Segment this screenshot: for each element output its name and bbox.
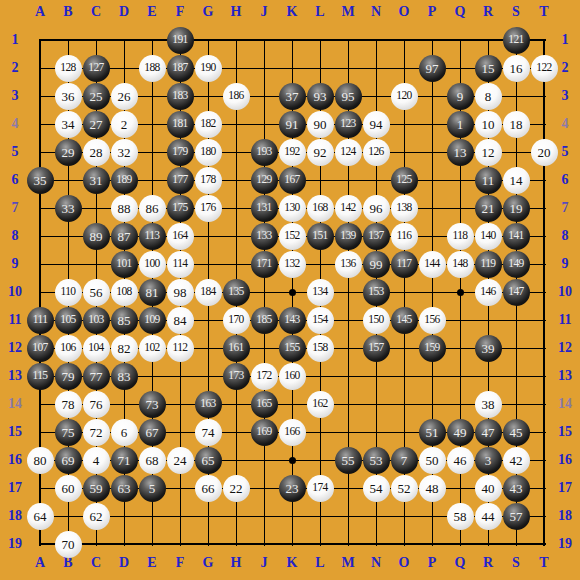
move-number: 22 xyxy=(230,482,243,495)
stone-R14[interactable]: 38 xyxy=(475,391,502,418)
col-label-top-D: D xyxy=(110,3,138,21)
stone-P11[interactable]: 156 xyxy=(419,307,446,334)
stone-D9[interactable]: 101 xyxy=(111,251,138,278)
stone-L7[interactable]: 168 xyxy=(307,195,334,222)
row-label-left-14: 14 xyxy=(0,395,30,413)
stone-G5[interactable]: 180 xyxy=(195,139,222,166)
move-number: 36 xyxy=(62,90,75,103)
stone-O6[interactable]: 125 xyxy=(391,167,418,194)
stone-G7[interactable]: 176 xyxy=(195,195,222,222)
move-number: 77 xyxy=(90,370,103,383)
stone-E14[interactable]: 73 xyxy=(139,391,166,418)
stone-D15[interactable]: 6 xyxy=(111,419,138,446)
stone-O11[interactable]: 145 xyxy=(391,307,418,334)
col-label-bottom-Q: Q xyxy=(446,554,474,572)
stone-K8[interactable]: 152 xyxy=(279,223,306,250)
stone-M4[interactable]: 123 xyxy=(335,111,362,138)
move-number: 94 xyxy=(370,118,383,131)
move-number: 117 xyxy=(396,258,411,270)
move-number: 105 xyxy=(60,314,75,326)
stone-S7[interactable]: 19 xyxy=(503,195,530,222)
move-number: 6 xyxy=(121,426,128,439)
stone-C3[interactable]: 25 xyxy=(83,83,110,110)
stone-E11[interactable]: 109 xyxy=(139,307,166,334)
stone-H10[interactable]: 135 xyxy=(223,279,250,306)
stone-D6[interactable]: 189 xyxy=(111,167,138,194)
move-number: 71 xyxy=(118,454,131,467)
stone-D8[interactable]: 87 xyxy=(111,223,138,250)
stone-G16[interactable]: 65 xyxy=(195,447,222,474)
col-label-top-S: S xyxy=(502,3,530,21)
stone-L17[interactable]: 174 xyxy=(307,475,334,502)
stone-C15[interactable]: 72 xyxy=(83,419,110,446)
stone-R6[interactable]: 11 xyxy=(475,167,502,194)
stone-K11[interactable]: 143 xyxy=(279,307,306,334)
stone-F5[interactable]: 179 xyxy=(167,139,194,166)
move-number: 185 xyxy=(256,314,271,326)
move-number: 122 xyxy=(536,62,551,74)
move-number: 85 xyxy=(118,314,131,327)
stone-L3[interactable]: 93 xyxy=(307,83,334,110)
move-number: 119 xyxy=(480,258,495,270)
stone-E15[interactable]: 67 xyxy=(139,419,166,446)
stone-R3[interactable]: 8 xyxy=(475,83,502,110)
col-label-bottom-D: D xyxy=(110,554,138,572)
row-label-right-3: 3 xyxy=(550,87,580,105)
stone-S4[interactable]: 18 xyxy=(503,111,530,138)
move-number: 55 xyxy=(342,454,355,467)
stone-J7[interactable]: 131 xyxy=(251,195,278,222)
star-point-K16 xyxy=(289,457,296,464)
stone-D10[interactable]: 108 xyxy=(111,279,138,306)
move-number: 153 xyxy=(368,286,383,298)
stone-C18[interactable]: 62 xyxy=(83,503,110,530)
stone-F3[interactable]: 183 xyxy=(167,83,194,110)
move-number: 73 xyxy=(146,398,159,411)
move-number: 166 xyxy=(284,426,299,438)
stone-R9[interactable]: 119 xyxy=(475,251,502,278)
stone-S8[interactable]: 141 xyxy=(503,223,530,250)
stone-B11[interactable]: 105 xyxy=(55,307,82,334)
stone-S16[interactable]: 42 xyxy=(503,447,530,474)
move-number: 121 xyxy=(508,34,523,46)
stone-C11[interactable]: 103 xyxy=(83,307,110,334)
row-label-left-11: 11 xyxy=(0,311,30,329)
stone-A16[interactable]: 80 xyxy=(27,447,54,474)
move-number: 175 xyxy=(172,202,187,214)
stone-R2[interactable]: 15 xyxy=(475,55,502,82)
stone-K13[interactable]: 160 xyxy=(279,363,306,390)
stone-J11[interactable]: 185 xyxy=(251,307,278,334)
move-number: 47 xyxy=(482,426,495,439)
move-number: 182 xyxy=(200,118,215,130)
go-board: AABBCCDDEEFFGGHHJJKKLLMMNNOOPPQQRRSSTT11… xyxy=(0,0,580,580)
move-number: 189 xyxy=(116,174,131,186)
stone-N11[interactable]: 150 xyxy=(363,307,390,334)
move-number: 40 xyxy=(482,482,495,495)
move-number: 164 xyxy=(172,230,187,242)
stone-H13[interactable]: 173 xyxy=(223,363,250,390)
stone-F11[interactable]: 84 xyxy=(167,307,194,334)
stone-J14[interactable]: 165 xyxy=(251,391,278,418)
move-number: 59 xyxy=(90,482,103,495)
stone-B7[interactable]: 33 xyxy=(55,195,82,222)
move-number: 110 xyxy=(60,286,75,298)
stone-B3[interactable]: 36 xyxy=(55,83,82,110)
stone-B13[interactable]: 79 xyxy=(55,363,82,390)
stone-J5[interactable]: 193 xyxy=(251,139,278,166)
col-label-top-T: T xyxy=(530,3,558,21)
stone-R8[interactable]: 140 xyxy=(475,223,502,250)
move-number: 2 xyxy=(121,118,128,131)
stone-F1[interactable]: 191 xyxy=(167,27,194,54)
stone-A12[interactable]: 107 xyxy=(27,335,54,362)
move-number: 150 xyxy=(368,314,383,326)
stone-L5[interactable]: 92 xyxy=(307,139,334,166)
move-number: 97 xyxy=(426,62,439,75)
col-label-bottom-O: O xyxy=(390,554,418,572)
row-label-left-9: 9 xyxy=(0,255,30,273)
stone-J15[interactable]: 169 xyxy=(251,419,278,446)
stone-C16[interactable]: 4 xyxy=(83,447,110,474)
star-point-Q10 xyxy=(457,289,464,296)
stone-T2[interactable]: 122 xyxy=(531,55,558,82)
stone-S10[interactable]: 147 xyxy=(503,279,530,306)
stone-B15[interactable]: 75 xyxy=(55,419,82,446)
stone-L4[interactable]: 90 xyxy=(307,111,334,138)
move-number: 82 xyxy=(118,342,131,355)
move-number: 148 xyxy=(452,258,467,270)
stone-C14[interactable]: 76 xyxy=(83,391,110,418)
stone-M9[interactable]: 136 xyxy=(335,251,362,278)
move-number: 16 xyxy=(510,62,523,75)
stone-G4[interactable]: 182 xyxy=(195,111,222,138)
stone-A18[interactable]: 64 xyxy=(27,503,54,530)
stone-N8[interactable]: 137 xyxy=(363,223,390,250)
move-number: 44 xyxy=(482,510,495,523)
stone-L8[interactable]: 151 xyxy=(307,223,334,250)
stone-E7[interactable]: 86 xyxy=(139,195,166,222)
move-number: 112 xyxy=(172,342,187,354)
stone-C2[interactable]: 127 xyxy=(83,55,110,82)
stone-B10[interactable]: 110 xyxy=(55,279,82,306)
stone-Q5[interactable]: 13 xyxy=(447,139,474,166)
stone-K9[interactable]: 132 xyxy=(279,251,306,278)
stone-R5[interactable]: 12 xyxy=(475,139,502,166)
stone-Q15[interactable]: 49 xyxy=(447,419,474,446)
stone-B4[interactable]: 34 xyxy=(55,111,82,138)
stone-L14[interactable]: 162 xyxy=(307,391,334,418)
stone-K15[interactable]: 166 xyxy=(279,419,306,446)
stone-Q4[interactable]: 1 xyxy=(447,111,474,138)
move-number: 49 xyxy=(454,426,467,439)
stone-C5[interactable]: 28 xyxy=(83,139,110,166)
stone-S17[interactable]: 43 xyxy=(503,475,530,502)
stone-E2[interactable]: 188 xyxy=(139,55,166,82)
stone-P17[interactable]: 48 xyxy=(419,475,446,502)
stone-D16[interactable]: 71 xyxy=(111,447,138,474)
stone-D4[interactable]: 2 xyxy=(111,111,138,138)
stone-J6[interactable]: 129 xyxy=(251,167,278,194)
stone-Q9[interactable]: 148 xyxy=(447,251,474,278)
stone-S9[interactable]: 149 xyxy=(503,251,530,278)
stone-D7[interactable]: 88 xyxy=(111,195,138,222)
stone-T5[interactable]: 20 xyxy=(531,139,558,166)
move-number: 80 xyxy=(34,454,47,467)
stone-R4[interactable]: 10 xyxy=(475,111,502,138)
col-label-top-J: J xyxy=(250,3,278,21)
stone-P9[interactable]: 144 xyxy=(419,251,446,278)
move-number: 95 xyxy=(342,90,355,103)
stone-C10[interactable]: 56 xyxy=(83,279,110,306)
row-label-left-6: 6 xyxy=(0,171,30,189)
stone-S2[interactable]: 16 xyxy=(503,55,530,82)
stone-S15[interactable]: 45 xyxy=(503,419,530,446)
stone-F9[interactable]: 114 xyxy=(167,251,194,278)
stone-K17[interactable]: 23 xyxy=(279,475,306,502)
stone-B17[interactable]: 60 xyxy=(55,475,82,502)
stone-C12[interactable]: 104 xyxy=(83,335,110,362)
stone-R15[interactable]: 47 xyxy=(475,419,502,446)
stone-O7[interactable]: 138 xyxy=(391,195,418,222)
stone-K5[interactable]: 192 xyxy=(279,139,306,166)
stone-O17[interactable]: 52 xyxy=(391,475,418,502)
stone-G10[interactable]: 184 xyxy=(195,279,222,306)
stone-S18[interactable]: 57 xyxy=(503,503,530,530)
stone-R18[interactable]: 44 xyxy=(475,503,502,530)
move-number: 167 xyxy=(284,174,299,186)
col-label-top-M: M xyxy=(334,3,362,21)
move-number: 46 xyxy=(454,454,467,467)
move-number: 188 xyxy=(144,62,159,74)
stone-L11[interactable]: 154 xyxy=(307,307,334,334)
stone-B16[interactable]: 69 xyxy=(55,447,82,474)
stone-K6[interactable]: 167 xyxy=(279,167,306,194)
move-number: 63 xyxy=(118,482,131,495)
stone-N17[interactable]: 54 xyxy=(363,475,390,502)
stone-R12[interactable]: 39 xyxy=(475,335,502,362)
stone-O8[interactable]: 116 xyxy=(391,223,418,250)
stone-F4[interactable]: 181 xyxy=(167,111,194,138)
col-label-bottom-R: R xyxy=(474,554,502,572)
col-label-top-Q: Q xyxy=(446,3,474,21)
move-number: 93 xyxy=(314,90,327,103)
stone-L10[interactable]: 134 xyxy=(307,279,334,306)
stone-R7[interactable]: 21 xyxy=(475,195,502,222)
stone-D11[interactable]: 85 xyxy=(111,307,138,334)
stone-A11[interactable]: 111 xyxy=(27,307,54,334)
stone-C4[interactable]: 27 xyxy=(83,111,110,138)
stone-H11[interactable]: 170 xyxy=(223,307,250,334)
stone-D12[interactable]: 82 xyxy=(111,335,138,362)
col-label-top-O: O xyxy=(390,3,418,21)
stone-E16[interactable]: 68 xyxy=(139,447,166,474)
stone-S1[interactable]: 121 xyxy=(503,27,530,54)
stone-K12[interactable]: 155 xyxy=(279,335,306,362)
stone-G2[interactable]: 190 xyxy=(195,55,222,82)
stone-M7[interactable]: 142 xyxy=(335,195,362,222)
stone-O16[interactable]: 7 xyxy=(391,447,418,474)
stone-A13[interactable]: 115 xyxy=(27,363,54,390)
stone-P16[interactable]: 50 xyxy=(419,447,446,474)
move-number: 181 xyxy=(172,118,187,130)
stone-N7[interactable]: 96 xyxy=(363,195,390,222)
col-label-top-C: C xyxy=(82,3,110,21)
stone-O9[interactable]: 117 xyxy=(391,251,418,278)
stone-P2[interactable]: 97 xyxy=(419,55,446,82)
stone-C13[interactable]: 77 xyxy=(83,363,110,390)
move-number: 156 xyxy=(424,314,439,326)
move-number: 33 xyxy=(62,202,75,215)
move-number: 86 xyxy=(146,202,159,215)
stone-F8[interactable]: 164 xyxy=(167,223,194,250)
stone-G6[interactable]: 178 xyxy=(195,167,222,194)
stone-C6[interactable]: 31 xyxy=(83,167,110,194)
stone-C8[interactable]: 89 xyxy=(83,223,110,250)
col-label-bottom-P: P xyxy=(418,554,446,572)
stone-N4[interactable]: 94 xyxy=(363,111,390,138)
stone-H17[interactable]: 22 xyxy=(223,475,250,502)
stone-H3[interactable]: 186 xyxy=(223,83,250,110)
row-label-right-8: 8 xyxy=(550,227,580,245)
row-label-left-12: 12 xyxy=(0,339,30,357)
move-number: 140 xyxy=(480,230,495,242)
stone-Q8[interactable]: 118 xyxy=(447,223,474,250)
move-number: 193 xyxy=(256,146,271,158)
stone-F2[interactable]: 187 xyxy=(167,55,194,82)
move-number: 178 xyxy=(200,174,215,186)
stone-Q3[interactable]: 9 xyxy=(447,83,474,110)
stone-D13[interactable]: 83 xyxy=(111,363,138,390)
col-label-bottom-J: J xyxy=(250,554,278,572)
stone-N16[interactable]: 53 xyxy=(363,447,390,474)
move-number: 179 xyxy=(172,146,187,158)
stone-E17[interactable]: 5 xyxy=(139,475,166,502)
stone-B5[interactable]: 29 xyxy=(55,139,82,166)
stone-E9[interactable]: 100 xyxy=(139,251,166,278)
stone-N10[interactable]: 153 xyxy=(363,279,390,306)
stone-R17[interactable]: 40 xyxy=(475,475,502,502)
row-label-left-1: 1 xyxy=(0,31,30,49)
move-number: 42 xyxy=(510,454,523,467)
move-number: 155 xyxy=(284,342,299,354)
stone-G15[interactable]: 74 xyxy=(195,419,222,446)
stone-M8[interactable]: 139 xyxy=(335,223,362,250)
col-label-top-A: A xyxy=(26,3,54,21)
row-label-right-11: 11 xyxy=(550,311,580,329)
stone-L12[interactable]: 158 xyxy=(307,335,334,362)
col-label-bottom-T: T xyxy=(530,554,558,572)
stone-K3[interactable]: 37 xyxy=(279,83,306,110)
move-number: 184 xyxy=(200,286,215,298)
move-number: 152 xyxy=(284,230,299,242)
move-number: 21 xyxy=(482,202,495,215)
stone-R16[interactable]: 3 xyxy=(475,447,502,474)
move-number: 89 xyxy=(90,230,103,243)
move-number: 50 xyxy=(426,454,439,467)
stone-M16[interactable]: 55 xyxy=(335,447,362,474)
stone-E12[interactable]: 102 xyxy=(139,335,166,362)
move-number: 143 xyxy=(284,314,299,326)
stone-B14[interactable]: 78 xyxy=(55,391,82,418)
stone-B19[interactable]: 70 xyxy=(55,531,82,558)
move-number: 144 xyxy=(424,258,439,270)
stone-B12[interactable]: 106 xyxy=(55,335,82,362)
move-number: 9 xyxy=(457,90,464,103)
move-number: 27 xyxy=(90,118,103,131)
move-number: 25 xyxy=(90,90,103,103)
stone-A6[interactable]: 35 xyxy=(27,167,54,194)
stone-B2[interactable]: 128 xyxy=(55,55,82,82)
move-number: 146 xyxy=(480,286,495,298)
stone-D3[interactable]: 26 xyxy=(111,83,138,110)
stone-O3[interactable]: 120 xyxy=(391,83,418,110)
move-number: 115 xyxy=(32,370,47,382)
stone-N9[interactable]: 99 xyxy=(363,251,390,278)
move-number: 43 xyxy=(510,482,523,495)
stone-N5[interactable]: 126 xyxy=(363,139,390,166)
row-label-right-19: 19 xyxy=(550,535,580,553)
stone-J13[interactable]: 172 xyxy=(251,363,278,390)
stone-C17[interactable]: 59 xyxy=(83,475,110,502)
stone-R10[interactable]: 146 xyxy=(475,279,502,306)
move-number: 183 xyxy=(172,90,187,102)
move-number: 11 xyxy=(482,174,495,187)
stone-F16[interactable]: 24 xyxy=(167,447,194,474)
stone-P15[interactable]: 51 xyxy=(419,419,446,446)
stone-H12[interactable]: 161 xyxy=(223,335,250,362)
stone-G14[interactable]: 163 xyxy=(195,391,222,418)
move-number: 28 xyxy=(90,146,103,159)
stone-M3[interactable]: 95 xyxy=(335,83,362,110)
move-number: 116 xyxy=(396,230,411,242)
move-number: 160 xyxy=(284,370,299,382)
move-number: 128 xyxy=(60,62,75,74)
stone-P12[interactable]: 159 xyxy=(419,335,446,362)
stone-K4[interactable]: 91 xyxy=(279,111,306,138)
move-number: 67 xyxy=(146,426,159,439)
stone-K7[interactable]: 130 xyxy=(279,195,306,222)
stone-F10[interactable]: 98 xyxy=(167,279,194,306)
stone-F6[interactable]: 177 xyxy=(167,167,194,194)
stone-S6[interactable]: 14 xyxy=(503,167,530,194)
move-number: 163 xyxy=(200,398,215,410)
stone-F7[interactable]: 175 xyxy=(167,195,194,222)
move-number: 19 xyxy=(510,202,523,215)
stone-F12[interactable]: 112 xyxy=(167,335,194,362)
move-number: 108 xyxy=(116,286,131,298)
row-label-right-7: 7 xyxy=(550,199,580,217)
move-number: 123 xyxy=(340,118,355,130)
stone-Q18[interactable]: 58 xyxy=(447,503,474,530)
stone-J9[interactable]: 171 xyxy=(251,251,278,278)
stone-E8[interactable]: 113 xyxy=(139,223,166,250)
stone-E10[interactable]: 81 xyxy=(139,279,166,306)
stone-M5[interactable]: 124 xyxy=(335,139,362,166)
stone-Q16[interactable]: 46 xyxy=(447,447,474,474)
move-number: 26 xyxy=(118,90,131,103)
move-number: 133 xyxy=(256,230,271,242)
row-label-right-18: 18 xyxy=(550,507,580,525)
stone-D17[interactable]: 63 xyxy=(111,475,138,502)
stone-G17[interactable]: 66 xyxy=(195,475,222,502)
col-label-top-B: B xyxy=(54,3,82,21)
stone-N12[interactable]: 157 xyxy=(363,335,390,362)
stone-D5[interactable]: 32 xyxy=(111,139,138,166)
move-number: 58 xyxy=(454,510,467,523)
move-number: 126 xyxy=(368,146,383,158)
stone-J8[interactable]: 133 xyxy=(251,223,278,250)
